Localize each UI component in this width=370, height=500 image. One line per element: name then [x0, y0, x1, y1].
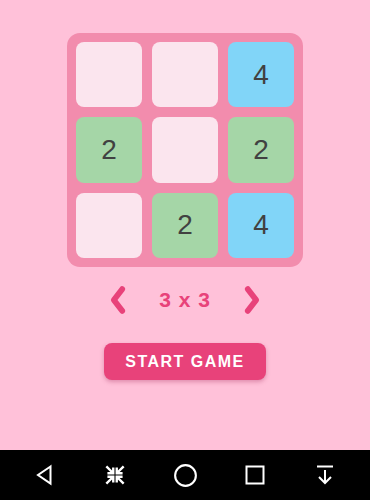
grid-size-label: 3 x 3 [159, 288, 211, 312]
dual-window-button[interactable] [80, 450, 150, 500]
grid-size-selector: 3 x 3 [0, 283, 370, 317]
board: 4 2 2 2 4 [67, 33, 303, 267]
android-navbar [0, 450, 370, 500]
hide-navbar-button[interactable] [290, 450, 360, 500]
tile: 2 [152, 193, 218, 258]
start-game-button[interactable]: START GAME [104, 343, 266, 380]
tile [152, 117, 218, 182]
tile [76, 193, 142, 258]
grid-size-next-button[interactable] [241, 283, 263, 317]
tile: 4 [228, 193, 294, 258]
dual-window-collapse-icon [102, 462, 128, 488]
back-button[interactable] [10, 450, 80, 500]
tile: 2 [228, 117, 294, 182]
home-icon [172, 462, 199, 489]
chevron-right-icon [242, 283, 262, 317]
back-icon [32, 462, 58, 488]
home-button[interactable] [150, 450, 220, 500]
app-screen: 4 2 2 2 4 3 x 3 START GAME [0, 0, 370, 500]
tile: 4 [228, 42, 294, 107]
tile [152, 42, 218, 107]
grid-size-prev-button[interactable] [107, 283, 129, 317]
recents-icon [242, 462, 268, 488]
tile [76, 42, 142, 107]
recents-button[interactable] [220, 450, 290, 500]
hide-navigation-icon [312, 462, 338, 488]
chevron-left-icon [108, 283, 128, 317]
tile: 2 [76, 117, 142, 182]
